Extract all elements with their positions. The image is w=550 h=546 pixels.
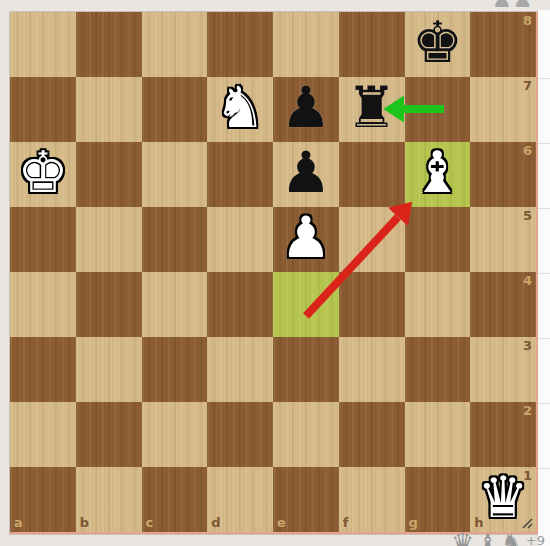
square-d7[interactable]: ♞ (207, 77, 273, 142)
side-panel-edge (538, 10, 550, 546)
square-a7[interactable] (10, 77, 76, 142)
material-advantage-value: +9 (526, 533, 545, 546)
square-c5[interactable] (142, 207, 208, 272)
square-h4[interactable]: 4 (470, 272, 536, 337)
captured-pawns-row: ♟♟ (492, 0, 533, 12)
square-a6[interactable]: ♚ (10, 142, 76, 207)
square-e8[interactable] (273, 12, 339, 77)
file-label-c: c (146, 515, 154, 530)
square-g2[interactable] (405, 402, 471, 467)
square-c6[interactable] (142, 142, 208, 207)
black-king[interactable]: ♚ (412, 14, 463, 71)
captured-pawn-icon: ♟ (492, 0, 513, 12)
black-pawn[interactable]: ♟ (280, 144, 331, 201)
square-f5[interactable] (339, 207, 405, 272)
chess-board[interactable]: ♚8♞♟♜7♚♟♝6♟5432abcdefg♛h1 (10, 12, 538, 534)
square-d8[interactable] (207, 12, 273, 77)
file-label-d: d (211, 515, 220, 530)
panel-row-separator (538, 273, 550, 274)
square-f1[interactable]: f (339, 467, 405, 532)
black-pawn[interactable]: ♟ (280, 79, 331, 136)
square-d3[interactable] (207, 337, 273, 402)
square-e1[interactable]: e (273, 467, 339, 532)
panel-row-separator (538, 468, 550, 469)
panel-row-separator (538, 403, 550, 404)
square-b6[interactable] (76, 142, 142, 207)
panel-row-separator (538, 78, 550, 79)
square-b4[interactable] (76, 272, 142, 337)
file-label-g: g (409, 515, 418, 530)
square-b7[interactable] (76, 77, 142, 142)
square-b8[interactable] (76, 12, 142, 77)
rank-label-3: 3 (523, 338, 532, 353)
rank-label-2: 2 (523, 403, 532, 418)
white-knight[interactable]: ♞ (215, 79, 266, 136)
material-advantage-row: ♛ ♝ ♞ +9 (451, 530, 545, 546)
board-resize-handle[interactable] (521, 517, 533, 529)
square-b3[interactable] (76, 337, 142, 402)
square-e6[interactable]: ♟ (273, 142, 339, 207)
square-h7[interactable]: 7 (470, 77, 536, 142)
rank-label-5: 5 (523, 208, 532, 223)
captured-knight-icon: ♞ (501, 531, 522, 546)
square-c2[interactable] (142, 402, 208, 467)
square-f6[interactable] (339, 142, 405, 207)
square-g1[interactable]: g (405, 467, 471, 532)
square-e7[interactable]: ♟ (273, 77, 339, 142)
file-label-b: b (80, 515, 89, 530)
square-b2[interactable] (76, 402, 142, 467)
square-f8[interactable] (339, 12, 405, 77)
square-a8[interactable] (10, 12, 76, 77)
square-a2[interactable] (10, 402, 76, 467)
file-label-a: a (14, 515, 23, 530)
rank-label-7: 7 (523, 78, 532, 93)
square-g4[interactable] (405, 272, 471, 337)
square-h5[interactable]: 5 (470, 207, 536, 272)
square-c7[interactable] (142, 77, 208, 142)
square-a4[interactable] (10, 272, 76, 337)
square-f2[interactable] (339, 402, 405, 467)
square-g3[interactable] (405, 337, 471, 402)
square-h6[interactable]: 6 (470, 142, 536, 207)
white-king[interactable]: ♚ (17, 144, 68, 201)
square-e2[interactable] (273, 402, 339, 467)
square-g8[interactable]: ♚ (405, 12, 471, 77)
square-g5[interactable] (405, 207, 471, 272)
black-rook[interactable]: ♜ (346, 79, 397, 136)
square-a5[interactable] (10, 207, 76, 272)
rank-label-4: 4 (523, 273, 532, 288)
rank-label-6: 6 (523, 143, 532, 158)
square-b1[interactable]: b (76, 467, 142, 532)
square-g7[interactable] (405, 77, 471, 142)
square-h3[interactable]: 3 (470, 337, 536, 402)
square-a3[interactable] (10, 337, 76, 402)
panel-row-separator (538, 208, 550, 209)
square-c1[interactable]: c (142, 467, 208, 532)
square-b5[interactable] (76, 207, 142, 272)
square-e3[interactable] (273, 337, 339, 402)
file-label-f: f (343, 515, 349, 530)
file-label-e: e (277, 515, 286, 530)
square-d4[interactable] (207, 272, 273, 337)
panel-row-separator (538, 338, 550, 339)
square-h8[interactable]: 8 (470, 12, 536, 77)
square-c8[interactable] (142, 12, 208, 77)
captured-bishop-icon: ♝ (478, 532, 497, 546)
rank-label-8: 8 (523, 13, 532, 28)
square-f3[interactable] (339, 337, 405, 402)
square-d6[interactable] (207, 142, 273, 207)
square-d2[interactable] (207, 402, 273, 467)
square-f7[interactable]: ♜ (339, 77, 405, 142)
white-pawn[interactable]: ♟ (280, 209, 331, 266)
captured-queen-icon: ♛ (451, 530, 474, 546)
white-bishop[interactable]: ♝ (412, 144, 463, 201)
square-c3[interactable] (142, 337, 208, 402)
square-e4[interactable] (273, 272, 339, 337)
square-c4[interactable] (142, 272, 208, 337)
square-h2[interactable]: 2 (470, 402, 536, 467)
square-e5[interactable]: ♟ (273, 207, 339, 272)
square-f4[interactable] (339, 272, 405, 337)
panel-row-separator (538, 143, 550, 144)
captured-pawn-icon: ♟ (513, 0, 534, 12)
square-a1[interactable]: a (10, 467, 76, 532)
square-d1[interactable]: d (207, 467, 273, 532)
square-g6[interactable]: ♝ (405, 142, 471, 207)
square-d5[interactable] (207, 207, 273, 272)
